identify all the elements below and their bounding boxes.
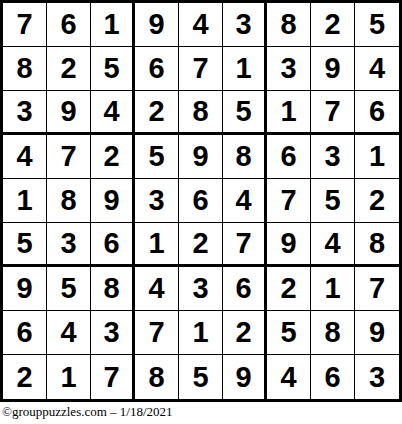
sudoku-cell-r7c8: 1 (311, 267, 355, 311)
sudoku-cell-r9c2: 1 (47, 355, 91, 399)
sudoku-board: 7619438258256713943942851764725986311893… (0, 0, 402, 402)
sudoku-cell-r6c3: 6 (91, 223, 135, 267)
sudoku-cell-r7c7: 2 (267, 267, 311, 311)
sudoku-cell-r8c1: 6 (3, 311, 47, 355)
sudoku-cell-r2c3: 5 (91, 47, 135, 91)
sudoku-cell-r3c4: 2 (135, 91, 179, 135)
sudoku-cell-r1c6: 3 (223, 3, 267, 47)
sudoku-cell-r9c4: 8 (135, 355, 179, 399)
sudoku-cell-r4c7: 6 (267, 135, 311, 179)
sudoku-cell-r9c6: 9 (223, 355, 267, 399)
sudoku-cell-r8c3: 3 (91, 311, 135, 355)
sudoku-cell-r4c8: 3 (311, 135, 355, 179)
sudoku-cell-r4c2: 7 (47, 135, 91, 179)
sudoku-cell-r3c8: 7 (311, 91, 355, 135)
sudoku-cell-r9c3: 7 (91, 355, 135, 399)
sudoku-cell-r7c6: 6 (223, 267, 267, 311)
sudoku-cell-r6c8: 4 (311, 223, 355, 267)
sudoku-cell-r7c3: 8 (91, 267, 135, 311)
sudoku-cell-r1c3: 1 (91, 3, 135, 47)
sudoku-cell-r2c8: 9 (311, 47, 355, 91)
sudoku-cell-r7c5: 3 (179, 267, 223, 311)
sudoku-cell-r3c6: 5 (223, 91, 267, 135)
sudoku-cell-r8c6: 2 (223, 311, 267, 355)
sudoku-cell-r5c7: 7 (267, 179, 311, 223)
sudoku-cell-r6c2: 3 (47, 223, 91, 267)
sudoku-cell-r4c5: 9 (179, 135, 223, 179)
sudoku-cell-r5c2: 8 (47, 179, 91, 223)
sudoku-cell-r3c2: 9 (47, 91, 91, 135)
sudoku-cell-r8c8: 8 (311, 311, 355, 355)
sudoku-cell-r6c4: 1 (135, 223, 179, 267)
sudoku-cell-r6c1: 5 (3, 223, 47, 267)
sudoku-cell-r8c7: 5 (267, 311, 311, 355)
sudoku-cell-r9c9: 3 (355, 355, 399, 399)
sudoku-cell-r8c9: 9 (355, 311, 399, 355)
sudoku-cell-r6c7: 9 (267, 223, 311, 267)
sudoku-cell-r7c4: 4 (135, 267, 179, 311)
sudoku-cell-r7c9: 7 (355, 267, 399, 311)
sudoku-cell-r4c3: 2 (91, 135, 135, 179)
sudoku-cell-r7c1: 9 (3, 267, 47, 311)
sudoku-page: 7619438258256713943942851764725986311893… (0, 0, 402, 424)
sudoku-cell-r9c8: 6 (311, 355, 355, 399)
sudoku-cell-r1c8: 2 (311, 3, 355, 47)
sudoku-cell-r6c5: 2 (179, 223, 223, 267)
sudoku-cell-r5c4: 3 (135, 179, 179, 223)
sudoku-cell-r3c3: 4 (91, 91, 135, 135)
sudoku-cell-r2c2: 2 (47, 47, 91, 91)
sudoku-cell-r1c2: 6 (47, 3, 91, 47)
sudoku-cell-r5c9: 2 (355, 179, 399, 223)
sudoku-cell-r1c9: 5 (355, 3, 399, 47)
sudoku-cell-r2c9: 4 (355, 47, 399, 91)
sudoku-cell-r1c4: 9 (135, 3, 179, 47)
sudoku-cell-r5c6: 4 (223, 179, 267, 223)
sudoku-cell-r7c2: 5 (47, 267, 91, 311)
sudoku-cell-r2c4: 6 (135, 47, 179, 91)
sudoku-cell-r5c3: 9 (91, 179, 135, 223)
sudoku-cell-r6c6: 7 (223, 223, 267, 267)
sudoku-cell-r5c8: 5 (311, 179, 355, 223)
sudoku-cell-r3c9: 6 (355, 91, 399, 135)
sudoku-cell-r5c5: 6 (179, 179, 223, 223)
sudoku-cell-r2c6: 1 (223, 47, 267, 91)
copyright-credit: ©grouppuzzles.com – 1/18/2021 (2, 404, 173, 420)
sudoku-cell-r2c7: 3 (267, 47, 311, 91)
sudoku-cell-r8c5: 1 (179, 311, 223, 355)
sudoku-cell-r5c1: 1 (3, 179, 47, 223)
sudoku-cell-r4c6: 8 (223, 135, 267, 179)
sudoku-cell-r1c1: 7 (3, 3, 47, 47)
sudoku-cell-r4c1: 4 (3, 135, 47, 179)
sudoku-cell-r4c4: 5 (135, 135, 179, 179)
sudoku-cell-r3c7: 1 (267, 91, 311, 135)
sudoku-cell-r2c1: 8 (3, 47, 47, 91)
sudoku-cell-r1c5: 4 (179, 3, 223, 47)
sudoku-cell-r4c9: 1 (355, 135, 399, 179)
sudoku-cell-r3c5: 8 (179, 91, 223, 135)
sudoku-cell-r3c1: 3 (3, 91, 47, 135)
sudoku-cell-r9c5: 5 (179, 355, 223, 399)
sudoku-cell-r6c9: 8 (355, 223, 399, 267)
sudoku-cell-r1c7: 8 (267, 3, 311, 47)
sudoku-cell-r8c4: 7 (135, 311, 179, 355)
sudoku-cell-r8c2: 4 (47, 311, 91, 355)
sudoku-cell-r9c7: 4 (267, 355, 311, 399)
sudoku-cell-r2c5: 7 (179, 47, 223, 91)
sudoku-cell-r9c1: 2 (3, 355, 47, 399)
